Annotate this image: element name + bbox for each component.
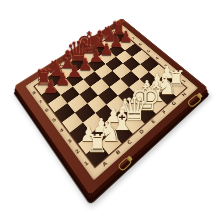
board-grid bbox=[35, 31, 186, 166]
chess-set-photo: AA88BB77CC66DD55EE44FF33GG22HH11 ♜♞♝♛♚♝♞… bbox=[0, 0, 218, 218]
chess-board: AA88BB77CC66DD55EE44FF33GG22HH11 bbox=[14, 18, 208, 195]
